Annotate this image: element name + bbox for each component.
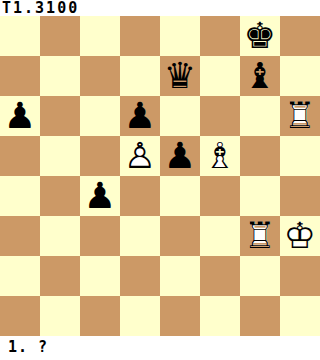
square-e4[interactable] xyxy=(160,176,200,216)
square-e1[interactable] xyxy=(160,296,200,336)
square-a6[interactable]: ♟ xyxy=(0,96,40,136)
square-b3[interactable] xyxy=(40,216,80,256)
square-h7[interactable] xyxy=(280,56,320,96)
square-c3[interactable] xyxy=(80,216,120,256)
square-d8[interactable] xyxy=(120,16,160,56)
square-a8[interactable] xyxy=(0,16,40,56)
square-a4[interactable] xyxy=(0,176,40,216)
square-c7[interactable] xyxy=(80,56,120,96)
square-b2[interactable] xyxy=(40,256,80,296)
square-h2[interactable] xyxy=(280,256,320,296)
square-f5[interactable]: ♝♗ xyxy=(200,136,240,176)
square-h5[interactable] xyxy=(280,136,320,176)
square-e3[interactable] xyxy=(160,216,200,256)
black-pawn[interactable]: ♟ xyxy=(120,96,160,136)
square-c8[interactable] xyxy=(80,16,120,56)
square-e8[interactable] xyxy=(160,16,200,56)
square-f4[interactable] xyxy=(200,176,240,216)
square-a7[interactable] xyxy=(0,56,40,96)
square-g3[interactable]: ♜♖ xyxy=(240,216,280,256)
square-b1[interactable] xyxy=(40,296,80,336)
white-pawn-outline: ♙ xyxy=(120,136,160,176)
square-b8[interactable] xyxy=(40,16,80,56)
square-c6[interactable] xyxy=(80,96,120,136)
square-d2[interactable] xyxy=(120,256,160,296)
square-b5[interactable] xyxy=(40,136,80,176)
white-rook[interactable]: ♜♖ xyxy=(240,216,280,256)
chess-board: ♚♛♝♟♟♜♖♟♙♟♝♗♟♜♖♚♔ xyxy=(0,16,320,336)
square-g1[interactable] xyxy=(240,296,280,336)
white-king[interactable]: ♚♔ xyxy=(280,216,320,256)
square-d3[interactable] xyxy=(120,216,160,256)
black-pawn[interactable]: ♟ xyxy=(0,96,40,136)
square-h1[interactable] xyxy=(280,296,320,336)
square-h3[interactable]: ♚♔ xyxy=(280,216,320,256)
square-f7[interactable] xyxy=(200,56,240,96)
black-bishop[interactable]: ♝ xyxy=(240,56,280,96)
square-d1[interactable] xyxy=(120,296,160,336)
black-pawn[interactable]: ♟ xyxy=(160,136,200,176)
square-a5[interactable] xyxy=(0,136,40,176)
square-e6[interactable] xyxy=(160,96,200,136)
square-a1[interactable] xyxy=(0,296,40,336)
square-c4[interactable]: ♟ xyxy=(80,176,120,216)
white-bishop-outline: ♗ xyxy=(200,136,240,176)
square-c1[interactable] xyxy=(80,296,120,336)
square-a3[interactable] xyxy=(0,216,40,256)
black-king[interactable]: ♚ xyxy=(240,16,280,56)
square-c2[interactable] xyxy=(80,256,120,296)
square-e5[interactable]: ♟ xyxy=(160,136,200,176)
square-d6[interactable]: ♟ xyxy=(120,96,160,136)
square-d5[interactable]: ♟♙ xyxy=(120,136,160,176)
square-f8[interactable] xyxy=(200,16,240,56)
move-prompt: 1. ? xyxy=(8,338,48,356)
black-queen[interactable]: ♛ xyxy=(160,56,200,96)
square-a2[interactable] xyxy=(0,256,40,296)
square-h6[interactable]: ♜♖ xyxy=(280,96,320,136)
white-rook[interactable]: ♜♖ xyxy=(280,96,320,136)
square-g2[interactable] xyxy=(240,256,280,296)
square-f3[interactable] xyxy=(200,216,240,256)
square-f1[interactable] xyxy=(200,296,240,336)
square-g5[interactable] xyxy=(240,136,280,176)
square-c5[interactable] xyxy=(80,136,120,176)
puzzle-title: T1.3100 xyxy=(2,0,79,16)
square-f2[interactable] xyxy=(200,256,240,296)
square-b4[interactable] xyxy=(40,176,80,216)
square-g6[interactable] xyxy=(240,96,280,136)
square-d7[interactable] xyxy=(120,56,160,96)
square-g4[interactable] xyxy=(240,176,280,216)
square-b7[interactable] xyxy=(40,56,80,96)
square-h8[interactable] xyxy=(280,16,320,56)
square-f6[interactable] xyxy=(200,96,240,136)
white-rook-outline: ♖ xyxy=(280,96,320,136)
square-e7[interactable]: ♛ xyxy=(160,56,200,96)
square-b6[interactable] xyxy=(40,96,80,136)
white-bishop[interactable]: ♝♗ xyxy=(200,136,240,176)
square-g7[interactable]: ♝ xyxy=(240,56,280,96)
white-pawn[interactable]: ♟♙ xyxy=(120,136,160,176)
white-king-outline: ♔ xyxy=(280,216,320,256)
black-pawn[interactable]: ♟ xyxy=(80,176,120,216)
square-g8[interactable]: ♚ xyxy=(240,16,280,56)
square-e2[interactable] xyxy=(160,256,200,296)
square-d4[interactable] xyxy=(120,176,160,216)
square-h4[interactable] xyxy=(280,176,320,216)
white-rook-outline: ♖ xyxy=(240,216,280,256)
